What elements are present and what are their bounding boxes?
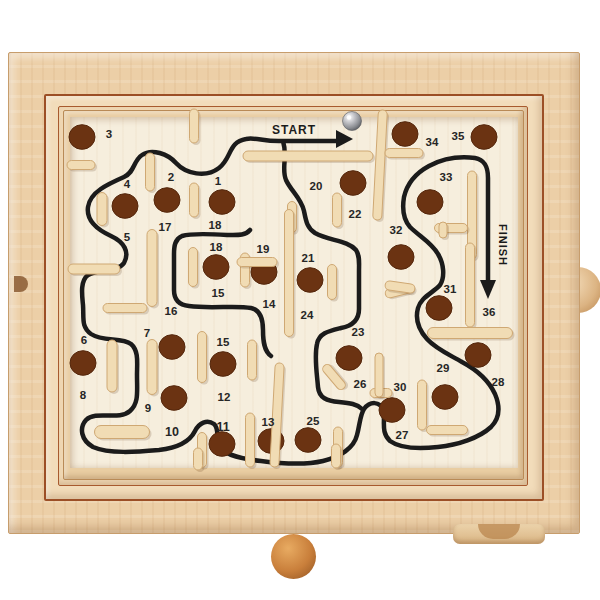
finish-label: FINISH — [497, 224, 509, 266]
hole — [471, 125, 497, 150]
hole — [432, 385, 458, 410]
hole-number: 28 — [492, 376, 505, 388]
finish-arrow — [480, 280, 496, 299]
hole — [210, 352, 236, 377]
wall-peg — [198, 332, 207, 383]
wall-peg — [243, 151, 373, 161]
wall-peg — [190, 109, 199, 143]
hole-number: 29 — [437, 362, 450, 374]
hole — [417, 190, 443, 215]
hole-number: 7 — [144, 327, 150, 339]
steel-ball — [343, 112, 362, 131]
hole-number: 25 — [307, 415, 320, 427]
wall-peg — [328, 265, 337, 300]
hole — [159, 335, 185, 360]
hole-number: 22 — [349, 208, 362, 220]
hole — [209, 432, 235, 457]
wall-peg — [439, 222, 447, 238]
wall-peg — [248, 340, 257, 380]
hole-number: 15 — [217, 336, 230, 348]
hole-number: 4 — [124, 178, 131, 190]
wall-peg — [466, 243, 475, 327]
wall-peg — [67, 161, 95, 170]
hole — [161, 386, 187, 411]
wall-peg — [332, 444, 341, 468]
hole-number: 18 — [210, 241, 223, 253]
wall-peg — [147, 230, 157, 307]
wall-peg — [285, 210, 294, 337]
hole-number: 20 — [310, 180, 323, 192]
hole — [340, 171, 366, 196]
hole — [379, 398, 405, 423]
hole-number: 1 — [215, 175, 222, 187]
hole-number: 16 — [165, 305, 178, 317]
hole-number: 31 — [444, 283, 457, 295]
hole-number: 11 — [216, 420, 229, 434]
wall-peg — [418, 380, 427, 430]
hole — [295, 428, 321, 453]
hole — [336, 346, 362, 371]
hole-number: 24 — [301, 309, 314, 321]
hole — [426, 296, 452, 321]
hole — [388, 245, 414, 270]
wall-peg — [333, 193, 342, 227]
wall-peg — [189, 248, 198, 287]
hole-number: 21 — [302, 252, 315, 264]
wall-peg — [97, 193, 107, 226]
hole-number: 9 — [145, 402, 151, 414]
wall-peg — [427, 426, 468, 435]
hole-number: 35 — [452, 130, 465, 142]
wall-peg — [385, 149, 423, 158]
hole — [154, 188, 180, 213]
hole-number: 17 — [159, 221, 172, 233]
hole-number: 3 — [106, 128, 112, 140]
hole-number: 14 — [263, 298, 276, 310]
hole — [70, 351, 96, 376]
hole-number: 27 — [396, 429, 409, 441]
wall-peg — [107, 340, 117, 392]
hole-number: 6 — [81, 334, 87, 346]
hole-number: 34 — [426, 136, 439, 148]
wall-peg — [375, 353, 383, 397]
hole-number: 5 — [124, 231, 131, 243]
wall-peg — [146, 153, 155, 191]
hole-number: 30 — [394, 381, 407, 393]
maze-overlay: 3421202234353332517181819211514162423313… — [0, 0, 600, 600]
hole-number: 36 — [483, 306, 496, 318]
hole-number: 19 — [257, 243, 270, 255]
hole-number: 10 — [165, 425, 179, 439]
hole — [69, 125, 95, 150]
wall-peg — [147, 340, 157, 395]
hole-number: 2 — [168, 171, 174, 183]
hole — [112, 194, 138, 219]
start-label: START — [272, 123, 316, 137]
wall-peg — [68, 264, 120, 274]
hole-number: 15 — [212, 287, 225, 299]
start-arrow — [336, 130, 353, 148]
hole — [465, 343, 491, 368]
hole-number: 26 — [354, 378, 367, 390]
hole — [209, 190, 235, 215]
hole — [392, 122, 418, 147]
hole-number: 13 — [262, 416, 275, 428]
hole-number: 32 — [390, 224, 403, 236]
wall-peg — [428, 328, 513, 339]
steel-ball-highlight — [347, 115, 351, 119]
wall-peg — [237, 258, 277, 267]
wall-peg — [246, 413, 255, 467]
hole-number: 8 — [80, 389, 87, 401]
labyrinth-game-photo: 3421202234353332517181819211514162423313… — [0, 0, 600, 600]
wall-peg — [190, 183, 199, 217]
wall-peg — [103, 304, 147, 313]
hole — [203, 255, 229, 280]
hole-number: 33 — [440, 171, 453, 183]
wall-peg — [95, 426, 150, 439]
hole-number: 23 — [352, 326, 365, 338]
hole-number: 12 — [218, 391, 231, 403]
wall-peg — [194, 448, 203, 470]
hole — [297, 268, 323, 293]
hole-number: 18 — [209, 219, 222, 231]
